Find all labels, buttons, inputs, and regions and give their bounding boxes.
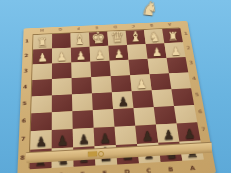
white-rook-a1: ♜ bbox=[167, 30, 179, 42]
white-queen-d1: ♛ bbox=[110, 30, 124, 45]
square-h3 bbox=[32, 63, 52, 80]
square-e3 bbox=[90, 61, 110, 77]
square-b6 bbox=[154, 106, 177, 125]
rank-label-right-6: 6 bbox=[198, 109, 203, 114]
square-c5 bbox=[132, 90, 154, 108]
square-a1: ♜ bbox=[162, 28, 183, 43]
rank-label-left-4: 4 bbox=[23, 84, 27, 89]
square-c3 bbox=[129, 59, 150, 75]
square-g4 bbox=[52, 78, 72, 95]
white-bishop-c1: ♝ bbox=[129, 30, 142, 44]
square-a7: ♟ bbox=[177, 122, 201, 141]
black-pawn-c7: ♟ bbox=[141, 130, 153, 143]
black-pawn-f7: ♟ bbox=[77, 133, 89, 146]
square-h7: ♟ bbox=[30, 130, 52, 150]
square-f3 bbox=[71, 62, 91, 78]
rank-label-left-3: 3 bbox=[24, 68, 28, 73]
square-f2: ♟ bbox=[71, 47, 91, 63]
square-g1 bbox=[52, 33, 71, 48]
brass-clasp-icon bbox=[88, 151, 97, 156]
square-b4 bbox=[150, 73, 172, 90]
white-pawn-a2: ♟ bbox=[170, 45, 181, 57]
black-pawn-d5: ♟ bbox=[117, 96, 129, 109]
white-pawn-d2: ♟ bbox=[113, 48, 124, 60]
white-pawn-b2: ♟ bbox=[151, 46, 162, 58]
file-label-far-g: G bbox=[58, 27, 62, 31]
square-b5 bbox=[152, 89, 174, 107]
square-e2: ♟ bbox=[90, 46, 110, 62]
square-d3 bbox=[110, 60, 131, 76]
square-g6 bbox=[52, 111, 73, 130]
square-a4 bbox=[169, 72, 191, 89]
white-pawn-g2: ♟ bbox=[56, 51, 67, 63]
white-pawn-c4: ♟ bbox=[136, 78, 147, 90]
square-e5 bbox=[92, 92, 113, 110]
square-g7: ♟ bbox=[52, 129, 73, 149]
rank-label-right-2: 2 bbox=[186, 46, 191, 51]
rank-label-right-4: 4 bbox=[192, 76, 197, 81]
square-a3 bbox=[167, 57, 189, 73]
file-label-d: D bbox=[124, 169, 130, 173]
square-g3 bbox=[52, 63, 72, 80]
square-b2: ♟ bbox=[146, 43, 167, 59]
white-rook-h1: ♜ bbox=[37, 36, 49, 49]
square-e4 bbox=[91, 76, 112, 93]
square-c4: ♟ bbox=[130, 74, 151, 91]
square-a2: ♟ bbox=[164, 42, 185, 58]
white-knight-b1: ♞ bbox=[148, 30, 160, 43]
square-d6 bbox=[113, 108, 135, 127]
rank-label-left-7: 7 bbox=[21, 136, 26, 142]
square-e6 bbox=[93, 109, 115, 128]
square-f4 bbox=[72, 77, 92, 94]
square-d2: ♟ bbox=[108, 45, 128, 61]
square-h6 bbox=[31, 112, 52, 131]
file-label-b: B bbox=[168, 166, 174, 172]
black-pawn-g7: ♟ bbox=[56, 134, 68, 147]
square-f6 bbox=[72, 110, 93, 129]
rank-label-right-1: 1 bbox=[184, 31, 189, 35]
white-pawn-e2: ♟ bbox=[94, 49, 105, 61]
square-g5 bbox=[52, 94, 72, 112]
square-c6 bbox=[133, 107, 155, 126]
rank-label-left-5: 5 bbox=[22, 101, 26, 106]
file-label-e: E bbox=[102, 170, 107, 173]
file-label-far-f: F bbox=[77, 27, 80, 31]
square-c1: ♝ bbox=[126, 30, 146, 45]
square-d4 bbox=[111, 75, 132, 92]
black-pawn-h7: ♟ bbox=[35, 135, 47, 148]
rank-label-left-1: 1 bbox=[25, 39, 29, 43]
square-b3 bbox=[148, 58, 169, 74]
rank-label-right-3: 3 bbox=[189, 60, 194, 65]
file-label-g: G bbox=[58, 172, 64, 173]
file-label-far-c: C bbox=[131, 24, 135, 28]
file-label-far-h: H bbox=[40, 28, 44, 32]
lifted-white-knight: ♞ bbox=[140, 0, 159, 19]
square-b7: ♟ bbox=[156, 123, 179, 142]
square-d1: ♛ bbox=[107, 31, 127, 46]
square-h5 bbox=[31, 95, 52, 113]
rank-label-right-5: 5 bbox=[195, 92, 200, 97]
file-label-a: A bbox=[190, 165, 196, 171]
file-label-far-a: A bbox=[168, 22, 172, 26]
white-bishop-f1: ♝ bbox=[73, 33, 86, 47]
file-label-far-b: B bbox=[149, 23, 153, 27]
square-c7: ♟ bbox=[135, 125, 158, 144]
white-king-e1: ♚ bbox=[91, 30, 106, 46]
square-d5: ♟ bbox=[112, 91, 134, 109]
brass-clasp-ring-icon bbox=[98, 151, 104, 157]
square-b1: ♞ bbox=[144, 29, 164, 44]
white-pawn-h2: ♟ bbox=[37, 52, 48, 64]
square-h2: ♟ bbox=[33, 49, 52, 65]
square-f7: ♟ bbox=[73, 128, 95, 148]
square-e1: ♚ bbox=[89, 32, 108, 47]
rank-label-left-6: 6 bbox=[22, 118, 27, 124]
square-h4 bbox=[32, 79, 52, 96]
black-pawn-a7: ♟ bbox=[183, 127, 195, 140]
white-pawn-f2: ♟ bbox=[75, 50, 86, 62]
square-f5 bbox=[72, 93, 93, 111]
square-a5 bbox=[171, 88, 194, 106]
rank-label-right-7: 7 bbox=[201, 126, 206, 132]
square-c2 bbox=[127, 44, 148, 60]
square-h1: ♜ bbox=[33, 34, 52, 49]
file-label-f: F bbox=[80, 171, 85, 173]
photo-scene: ♜♝♚♛♝♞♜♟♟♟♟♟♟♟♟♟♟♟♟♟♟♟♟♜♞♝♚♛♝♞♜ HHGGFFEE… bbox=[0, 0, 231, 173]
rank-label-left-2: 2 bbox=[24, 53, 28, 58]
file-label-c: C bbox=[146, 167, 151, 173]
square-f1: ♝ bbox=[71, 32, 90, 47]
square-g2: ♟ bbox=[52, 48, 71, 64]
black-pawn-b7: ♟ bbox=[162, 128, 174, 141]
rank-label-left-8: 8 bbox=[20, 155, 25, 161]
square-a6 bbox=[174, 105, 197, 123]
